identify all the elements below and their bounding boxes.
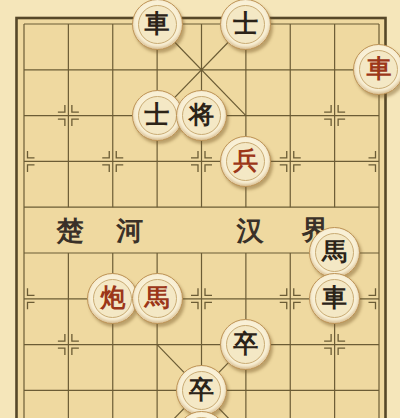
piece-glyph: 将 xyxy=(189,102,214,127)
piece-red-general[interactable]: 帅 xyxy=(176,411,227,418)
piece-glyph: 士 xyxy=(145,102,170,127)
piece-black-chariot[interactable]: 車 xyxy=(309,273,360,324)
xiangqi-board-screen: 楚 河 汉 界 車士車士将兵馬炮馬車卒卒帅 xyxy=(0,0,400,418)
piece-black-horse[interactable]: 馬 xyxy=(309,227,360,278)
piece-face: 将 xyxy=(182,96,221,135)
piece-glyph: 卒 xyxy=(189,377,214,402)
piece-black-soldier[interactable]: 卒 xyxy=(176,365,227,416)
piece-face: 士 xyxy=(226,5,265,44)
piece-face: 車 xyxy=(359,50,398,89)
piece-glyph: 士 xyxy=(233,11,258,36)
piece-glyph: 車 xyxy=(145,11,170,36)
piece-red-horse[interactable]: 馬 xyxy=(132,273,183,324)
piece-face: 卒 xyxy=(182,371,221,410)
piece-red-chariot[interactable]: 車 xyxy=(353,44,400,95)
piece-red-soldier[interactable]: 兵 xyxy=(220,136,271,187)
piece-glyph: 車 xyxy=(366,56,391,81)
board-grid: 車士車士将兵馬炮馬車卒卒帅 xyxy=(2,1,400,418)
piece-black-soldier[interactable]: 卒 xyxy=(220,319,271,370)
piece-face: 卒 xyxy=(226,325,265,364)
piece-glyph: 炮 xyxy=(100,285,125,310)
piece-face: 車 xyxy=(315,279,354,318)
piece-face: 馬 xyxy=(315,233,354,272)
piece-red-cannon[interactable]: 炮 xyxy=(87,273,138,324)
piece-face: 炮 xyxy=(93,279,132,318)
piece-black-advisor[interactable]: 士 xyxy=(132,90,183,141)
piece-black-general[interactable]: 将 xyxy=(176,90,227,141)
piece-glyph: 卒 xyxy=(233,331,258,356)
piece-face: 兵 xyxy=(226,142,265,181)
piece-face: 馬 xyxy=(138,279,177,318)
piece-face: 士 xyxy=(138,96,177,135)
piece-glyph: 馬 xyxy=(145,285,170,310)
piece-glyph: 車 xyxy=(322,285,347,310)
piece-black-chariot[interactable]: 車 xyxy=(132,0,183,50)
piece-glyph: 兵 xyxy=(233,148,258,173)
piece-glyph: 馬 xyxy=(322,239,347,264)
piece-face: 車 xyxy=(138,5,177,44)
piece-black-advisor[interactable]: 士 xyxy=(220,0,271,50)
